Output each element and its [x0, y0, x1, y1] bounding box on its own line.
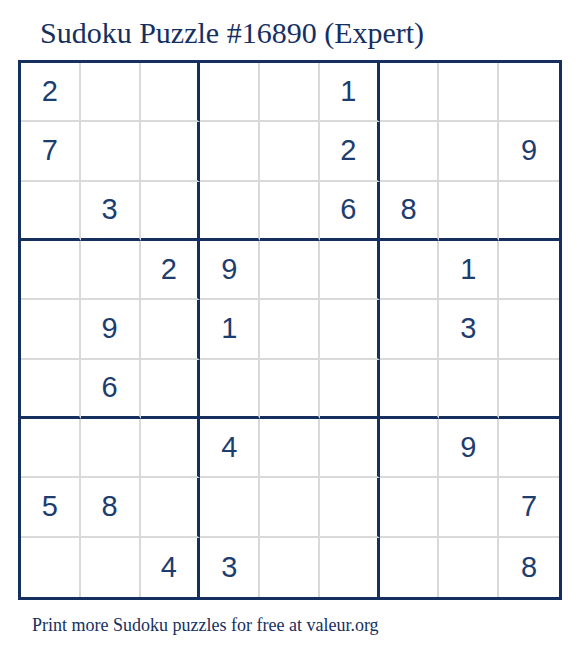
cell-r2c1-given[interactable]: 7	[21, 122, 81, 181]
cell-r2c3-empty[interactable]	[141, 122, 201, 181]
cell-r2c4-empty[interactable]	[200, 122, 260, 181]
cell-r5c4-given[interactable]: 1	[200, 300, 260, 359]
cell-r1c4-empty[interactable]	[200, 63, 260, 122]
cell-r3c1-empty[interactable]	[21, 182, 81, 241]
cell-r3c4-empty[interactable]	[200, 182, 260, 241]
cell-r5c7-empty[interactable]	[380, 300, 440, 359]
cell-r8c6-empty[interactable]	[320, 478, 380, 537]
sudoku-board: 21729368291913649587438	[18, 60, 562, 600]
page-title: Sudoku Puzzle #16890 (Expert)	[40, 16, 424, 50]
cell-r8c2-given[interactable]: 8	[81, 478, 141, 537]
cell-r9c3-given[interactable]: 4	[141, 538, 201, 597]
cell-r1c3-empty[interactable]	[141, 63, 201, 122]
cell-r9c1-empty[interactable]	[21, 538, 81, 597]
cell-r5c3-empty[interactable]	[141, 300, 201, 359]
cell-r7c9-empty[interactable]	[499, 419, 559, 478]
cell-r2c6-given[interactable]: 2	[320, 122, 380, 181]
cell-r7c1-empty[interactable]	[21, 419, 81, 478]
cell-r2c9-given[interactable]: 9	[499, 122, 559, 181]
cell-r1c5-empty[interactable]	[260, 63, 320, 122]
cell-r8c4-empty[interactable]	[200, 478, 260, 537]
cell-r4c5-empty[interactable]	[260, 241, 320, 300]
cell-r6c4-empty[interactable]	[200, 360, 260, 419]
cell-r4c2-empty[interactable]	[81, 241, 141, 300]
cell-r7c6-empty[interactable]	[320, 419, 380, 478]
cell-r3c5-empty[interactable]	[260, 182, 320, 241]
cell-r5c6-empty[interactable]	[320, 300, 380, 359]
cell-r9c8-empty[interactable]	[439, 538, 499, 597]
cell-r5c9-empty[interactable]	[499, 300, 559, 359]
cell-r8c9-given[interactable]: 7	[499, 478, 559, 537]
cell-r7c5-empty[interactable]	[260, 419, 320, 478]
cell-r9c2-empty[interactable]	[81, 538, 141, 597]
cell-r1c8-empty[interactable]	[439, 63, 499, 122]
cell-r6c8-empty[interactable]	[439, 360, 499, 419]
cell-r1c9-empty[interactable]	[499, 63, 559, 122]
cell-r3c2-given[interactable]: 3	[81, 182, 141, 241]
cell-r3c3-empty[interactable]	[141, 182, 201, 241]
cell-r6c7-empty[interactable]	[380, 360, 440, 419]
cell-r8c8-empty[interactable]	[439, 478, 499, 537]
cell-r3c9-empty[interactable]	[499, 182, 559, 241]
cell-r1c1-given[interactable]: 2	[21, 63, 81, 122]
cell-r7c4-given[interactable]: 4	[200, 419, 260, 478]
cell-r6c6-empty[interactable]	[320, 360, 380, 419]
cell-r2c2-empty[interactable]	[81, 122, 141, 181]
cell-r4c4-given[interactable]: 9	[200, 241, 260, 300]
cell-r5c2-given[interactable]: 9	[81, 300, 141, 359]
footer-text: Print more Sudoku puzzles for free at va…	[32, 615, 379, 636]
cell-r6c2-given[interactable]: 6	[81, 360, 141, 419]
cell-r2c8-empty[interactable]	[439, 122, 499, 181]
cell-r1c2-empty[interactable]	[81, 63, 141, 122]
cell-r3c6-given[interactable]: 6	[320, 182, 380, 241]
cell-r4c6-empty[interactable]	[320, 241, 380, 300]
cell-r7c2-empty[interactable]	[81, 419, 141, 478]
sudoku-print-page: Sudoku Puzzle #16890 (Expert) 2172936829…	[0, 0, 580, 651]
cell-r4c9-empty[interactable]	[499, 241, 559, 300]
cell-r8c5-empty[interactable]	[260, 478, 320, 537]
cell-r9c4-given[interactable]: 3	[200, 538, 260, 597]
cell-r2c5-empty[interactable]	[260, 122, 320, 181]
cell-r4c3-given[interactable]: 2	[141, 241, 201, 300]
cell-r6c9-empty[interactable]	[499, 360, 559, 419]
cell-r8c3-empty[interactable]	[141, 478, 201, 537]
cell-r1c7-empty[interactable]	[380, 63, 440, 122]
cell-r3c8-empty[interactable]	[439, 182, 499, 241]
cell-r4c7-empty[interactable]	[380, 241, 440, 300]
cell-r4c1-empty[interactable]	[21, 241, 81, 300]
cell-r7c8-given[interactable]: 9	[439, 419, 499, 478]
cell-r7c7-empty[interactable]	[380, 419, 440, 478]
cell-r9c7-empty[interactable]	[380, 538, 440, 597]
cell-r4c8-given[interactable]: 1	[439, 241, 499, 300]
cell-r5c1-empty[interactable]	[21, 300, 81, 359]
cell-r9c9-given[interactable]: 8	[499, 538, 559, 597]
cell-r8c7-empty[interactable]	[380, 478, 440, 537]
cell-r2c7-empty[interactable]	[380, 122, 440, 181]
cell-r5c8-given[interactable]: 3	[439, 300, 499, 359]
cell-r6c1-empty[interactable]	[21, 360, 81, 419]
cell-r7c3-empty[interactable]	[141, 419, 201, 478]
cell-r9c5-empty[interactable]	[260, 538, 320, 597]
cell-r6c3-empty[interactable]	[141, 360, 201, 419]
cell-r1c6-given[interactable]: 1	[320, 63, 380, 122]
cell-r3c7-given[interactable]: 8	[380, 182, 440, 241]
cell-r6c5-empty[interactable]	[260, 360, 320, 419]
cell-r5c5-empty[interactable]	[260, 300, 320, 359]
cell-r9c6-empty[interactable]	[320, 538, 380, 597]
cell-r8c1-given[interactable]: 5	[21, 478, 81, 537]
